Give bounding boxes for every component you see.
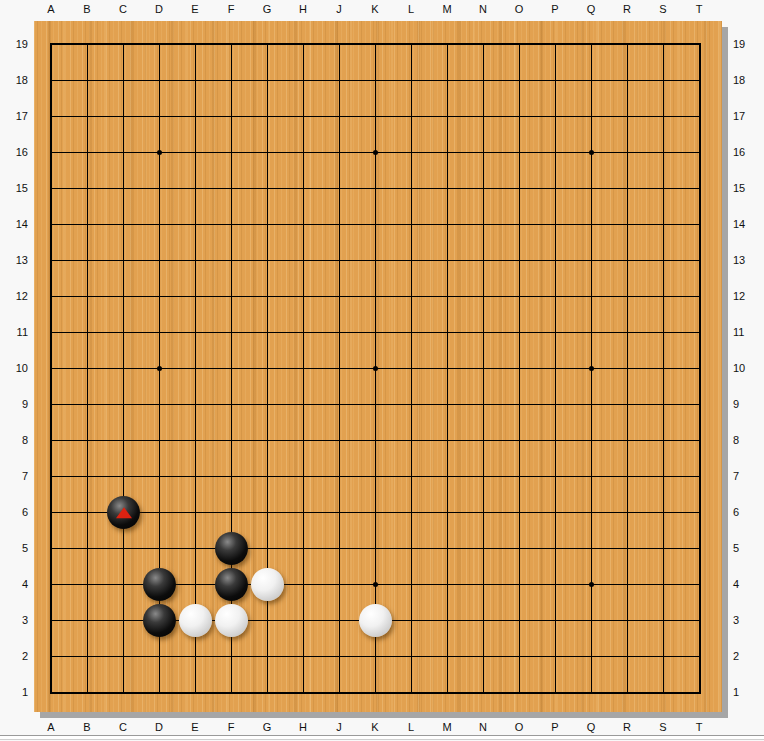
right-row-label-2: 2 [733,648,763,664]
star-point-Q10 [589,366,594,371]
left-row-label-17: 17 [0,108,28,124]
bottom-col-label-R: R [609,719,645,735]
bottom-col-label-M: M [429,719,465,735]
bottom-col-label-Q: Q [573,719,609,735]
star-point-K10 [373,366,378,371]
white-stone-G4[interactable] [251,568,284,601]
top-col-label-M: M [429,1,465,17]
black-stone-F4[interactable] [215,568,248,601]
bottom-col-label-B: B [69,719,105,735]
star-point-K16 [373,150,378,155]
bottom-col-label-L: L [393,719,429,735]
bottom-separator [0,735,764,740]
right-row-label-5: 5 [733,540,763,556]
bottom-col-label-G: G [249,719,285,735]
top-col-label-J: J [321,1,357,17]
top-col-label-T: T [681,1,717,17]
top-col-label-L: L [393,1,429,17]
top-col-label-B: B [69,1,105,17]
bottom-col-label-O: O [501,719,537,735]
left-row-label-1: 1 [0,684,28,700]
right-row-label-1: 1 [733,684,763,700]
white-stone-F3[interactable] [215,604,248,637]
bottom-col-label-H: H [285,719,321,735]
right-row-label-4: 4 [733,576,763,592]
right-row-label-17: 17 [733,108,763,124]
bottom-col-label-E: E [177,719,213,735]
goban [34,21,722,712]
right-row-label-7: 7 [733,468,763,484]
right-row-label-15: 15 [733,180,763,196]
right-row-label-3: 3 [733,612,763,628]
top-col-label-P: P [537,1,573,17]
top-col-label-S: S [645,1,681,17]
bottom-col-label-T: T [681,719,717,735]
bottom-col-label-D: D [141,719,177,735]
top-col-label-K: K [357,1,393,17]
star-point-D10 [157,366,162,371]
left-row-label-8: 8 [0,432,28,448]
goban-grid[interactable] [51,44,700,693]
left-row-label-18: 18 [0,72,28,88]
star-point-Q4 [589,582,594,587]
bottom-col-label-J: J [321,719,357,735]
left-row-label-19: 19 [0,36,28,52]
top-col-label-H: H [285,1,321,17]
left-row-label-2: 2 [0,648,28,664]
right-row-label-14: 14 [733,216,763,232]
left-row-label-13: 13 [0,252,28,268]
bottom-col-label-C: C [105,719,141,735]
top-col-label-G: G [249,1,285,17]
left-row-label-4: 4 [0,576,28,592]
right-row-label-12: 12 [733,288,763,304]
last-move-triangle-icon [116,507,132,518]
left-row-label-6: 6 [0,504,28,520]
top-col-label-O: O [501,1,537,17]
top-col-label-D: D [141,1,177,17]
top-col-label-F: F [213,1,249,17]
white-stone-E3[interactable] [179,604,212,637]
bottom-col-label-K: K [357,719,393,735]
right-row-label-13: 13 [733,252,763,268]
top-col-label-E: E [177,1,213,17]
left-row-label-15: 15 [0,180,28,196]
black-stone-D3[interactable] [143,604,176,637]
bottom-col-label-N: N [465,719,501,735]
right-row-label-19: 19 [733,36,763,52]
left-row-label-12: 12 [0,288,28,304]
right-row-label-11: 11 [733,324,763,340]
star-point-K4 [373,582,378,587]
right-row-label-16: 16 [733,144,763,160]
bottom-col-label-P: P [537,719,573,735]
left-row-label-7: 7 [0,468,28,484]
right-row-label-10: 10 [733,360,763,376]
star-point-Q16 [589,150,594,155]
left-row-label-3: 3 [0,612,28,628]
bottom-col-label-S: S [645,719,681,735]
black-stone-D4[interactable] [143,568,176,601]
left-row-label-5: 5 [0,540,28,556]
right-row-label-9: 9 [733,396,763,412]
right-row-label-8: 8 [733,432,763,448]
black-stone-F5[interactable] [215,532,248,565]
top-col-label-A: A [33,1,69,17]
right-row-label-6: 6 [733,504,763,520]
left-row-label-11: 11 [0,324,28,340]
left-row-label-9: 9 [0,396,28,412]
white-stone-K3[interactable] [359,604,392,637]
black-stone-C6[interactable] [107,496,140,529]
left-row-label-16: 16 [0,144,28,160]
star-point-D16 [157,150,162,155]
top-col-label-C: C [105,1,141,17]
top-col-label-Q: Q [573,1,609,17]
right-row-label-18: 18 [733,72,763,88]
top-col-label-R: R [609,1,645,17]
left-row-label-14: 14 [0,216,28,232]
bottom-col-label-F: F [213,719,249,735]
left-row-label-10: 10 [0,360,28,376]
bottom-col-label-A: A [33,719,69,735]
top-col-label-N: N [465,1,501,17]
